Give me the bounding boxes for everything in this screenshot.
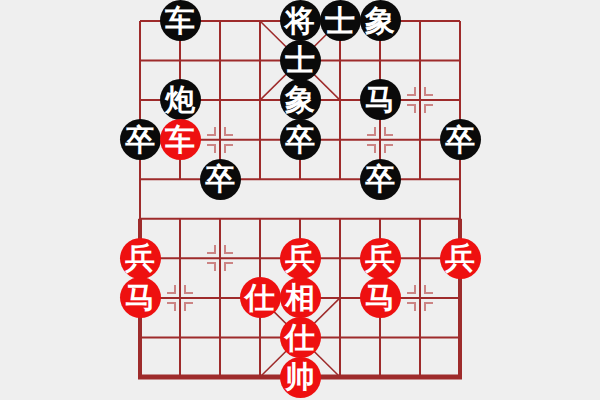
red-horse[interactable]: 马 [360,277,401,318]
black-soldier[interactable]: 卒 [280,119,321,160]
red-elephant[interactable]: 相 [280,277,321,318]
red-soldier[interactable]: 兵 [280,238,321,279]
black-chariot[interactable]: 车 [160,0,201,41]
red-chariot[interactable]: 车 [160,119,201,160]
black-advisor[interactable]: 士 [320,0,361,41]
black-soldier[interactable]: 卒 [200,159,241,200]
red-advisor[interactable]: 仕 [280,317,321,358]
red-soldier[interactable]: 兵 [440,238,481,279]
red-soldier[interactable]: 兵 [360,238,401,279]
red-advisor[interactable]: 仕 [240,277,281,318]
black-cannon[interactable]: 炮 [160,79,201,120]
red-soldier[interactable]: 兵 [120,238,161,279]
xiangqi-board-screen: 车将士象士炮象马卒车卒卒卒卒兵兵兵兵马仕相马仕帅 [0,0,600,400]
black-soldier[interactable]: 卒 [440,119,481,160]
red-horse[interactable]: 马 [120,277,161,318]
black-soldier[interactable]: 卒 [360,159,401,200]
black-elephant[interactable]: 象 [360,0,401,41]
black-horse[interactable]: 马 [360,79,401,120]
black-advisor[interactable]: 士 [280,40,321,81]
black-soldier[interactable]: 卒 [120,119,161,160]
piece-grid: 车将士象士炮象马卒车卒卒卒卒兵兵兵兵马仕相马仕帅 [120,1,480,397]
black-elephant[interactable]: 象 [280,79,321,120]
black-general[interactable]: 将 [280,0,321,41]
red-general[interactable]: 帅 [280,357,321,398]
